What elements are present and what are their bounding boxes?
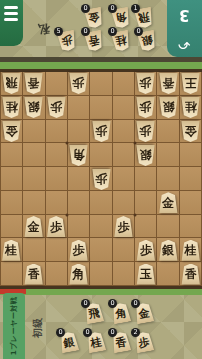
piece-silver[interactable]: 銀 [136, 145, 155, 166]
hand-piece-count-badge: 0 [81, 27, 90, 36]
piece-pawn[interactable]: 歩 [136, 97, 155, 118]
board-cell[interactable] [113, 167, 135, 191]
piece-pawn[interactable]: 歩 [69, 240, 88, 261]
board-cell[interactable] [46, 72, 68, 96]
piece-lance[interactable]: 香 [181, 264, 200, 285]
piece-lance[interactable]: 香 [24, 73, 43, 94]
piece-kanji: 桂 [181, 240, 200, 261]
piece-king-gyoku[interactable]: 玉 [136, 264, 155, 285]
piece-gold[interactable]: 金 [24, 216, 43, 237]
piece-kanji: 香 [24, 264, 43, 285]
board-cell[interactable] [68, 120, 90, 144]
board-cell[interactable] [157, 120, 179, 144]
level-button[interactable]: 3 [167, 0, 202, 30]
piece-bishop[interactable]: 角 [69, 145, 88, 166]
board-cell[interactable] [180, 143, 202, 167]
piece-kanji: 歩 [136, 240, 155, 261]
board-cell[interactable] [23, 191, 45, 215]
piece-silver[interactable]: 銀 [159, 240, 178, 261]
piece-lance[interactable]: 香 [24, 264, 43, 285]
piece-rook[interactable]: 飛 [2, 73, 21, 94]
hand-piece-count-badge: 0 [81, 299, 90, 308]
star-point [66, 213, 69, 216]
app-screen: 私 3 ↶ 金0角0飛1歩5香0桂0銀0 飛香歩歩香王桂銀歩歩銀桂金歩歩金角銀歩… [0, 0, 202, 359]
hand-piece-count-badge: 0 [108, 4, 117, 13]
piece-bishop[interactable]: 角 [69, 264, 88, 285]
hand-piece-gold[interactable]: 金0 [135, 303, 153, 323]
hand-piece-count-badge: 1 [131, 4, 140, 13]
hand-piece-count-badge: 0 [108, 299, 117, 308]
piece-kanji: 銀 [159, 240, 178, 261]
piece-silver[interactable]: 銀 [24, 97, 43, 118]
board-cell[interactable] [113, 120, 135, 144]
piece-kanji: 歩 [92, 121, 111, 142]
board-cell[interactable] [68, 191, 90, 215]
piece-kanji: 金 [24, 216, 43, 237]
board-cell[interactable] [157, 167, 179, 191]
board-cell[interactable] [1, 191, 23, 215]
piece-kanji: 玉 [136, 264, 155, 285]
piece-kanji: 香 [159, 73, 178, 94]
piece-kanji: 銀 [24, 97, 43, 118]
hand-piece-count-badge: 0 [108, 328, 117, 337]
board-cell[interactable] [1, 262, 23, 286]
piece-kanji: 金 [159, 192, 178, 213]
piece-kanji: 歩 [92, 169, 111, 190]
hand-piece-bishop[interactable]: 角0 [112, 8, 130, 28]
piece-pawn[interactable]: 歩 [136, 73, 155, 94]
board-cell[interactable] [68, 215, 90, 239]
piece-pawn[interactable]: 歩 [92, 169, 111, 190]
board-cell[interactable] [23, 167, 45, 191]
undo-arrow-icon: ↶ [178, 36, 191, 51]
hamburger-icon [4, 6, 18, 9]
board-cell[interactable] [135, 215, 157, 239]
piece-pawn[interactable]: 歩 [47, 97, 66, 118]
hand-piece-count-badge: 2 [131, 328, 140, 337]
piece-pawn[interactable]: 歩 [47, 216, 66, 237]
piece-gold[interactable]: 金 [2, 121, 21, 142]
board-cell[interactable] [90, 96, 112, 120]
board-cell[interactable] [46, 238, 68, 262]
board-cell[interactable] [113, 191, 135, 215]
piece-kanji: 歩 [69, 73, 88, 94]
board-cell[interactable] [23, 143, 45, 167]
board-cell[interactable] [157, 262, 179, 286]
hand-piece-count-badge: 5 [54, 27, 63, 36]
board-cell[interactable] [68, 167, 90, 191]
board-cell[interactable] [113, 143, 135, 167]
board-cell[interactable] [1, 143, 23, 167]
top-right-panel: 3 ↶ [167, 0, 202, 57]
piece-kanji: 歩 [69, 240, 88, 261]
hand-piece-gold[interactable]: 金0 [85, 8, 103, 28]
board-cell[interactable] [90, 72, 112, 96]
board-cell[interactable] [113, 262, 135, 286]
piece-kanji: 銀 [159, 97, 178, 118]
hand-piece-pawn[interactable]: 歩2 [135, 332, 153, 352]
hand-piece-count-badge: 0 [134, 27, 143, 36]
hand-piece-count-badge: 0 [108, 27, 117, 36]
hand-piece-lance[interactable]: 香0 [112, 332, 130, 352]
bottom-green-strip [0, 289, 202, 295]
piece-kanji: 金 [2, 121, 21, 142]
board-cell[interactable] [1, 167, 23, 191]
piece-kanji: 飛 [2, 73, 21, 94]
piece-kanji: 銀 [136, 145, 155, 166]
piece-pawn[interactable]: 歩 [114, 216, 133, 237]
piece-gold[interactable]: 金 [181, 121, 200, 142]
piece-pawn[interactable]: 歩 [92, 121, 111, 142]
star-point [133, 213, 136, 216]
board-cell[interactable] [46, 120, 68, 144]
hamburger-icon [4, 18, 18, 21]
hamburger-icon [4, 12, 18, 15]
board-cell[interactable] [180, 191, 202, 215]
hand-piece-silver[interactable]: 銀0 [138, 31, 156, 51]
board-cell[interactable] [90, 143, 112, 167]
piece-king-ou[interactable]: 王 [181, 73, 200, 94]
piece-lance[interactable]: 香 [159, 73, 178, 94]
undo-button[interactable]: ↶ [167, 30, 202, 56]
piece-pawn[interactable]: 歩 [136, 240, 155, 261]
piece-kanji: 角 [69, 145, 88, 166]
board-cell[interactable] [46, 191, 68, 215]
menu-button[interactable] [0, 0, 23, 46]
board-cell[interactable] [113, 238, 135, 262]
piece-kanji: 歩 [136, 121, 155, 142]
hand-piece-lance[interactable]: 香0 [85, 31, 103, 51]
piece-knight[interactable]: 桂 [181, 97, 200, 118]
piece-kanji: 王 [181, 73, 200, 94]
board-cell[interactable] [90, 191, 112, 215]
piece-kanji: 角 [69, 264, 88, 285]
hand-piece-count-badge: 0 [131, 299, 140, 308]
piece-gold[interactable]: 金 [159, 192, 178, 213]
board-cell[interactable] [23, 120, 45, 144]
hand-piece-bishop[interactable]: 角0 [112, 303, 130, 323]
board-cell[interactable] [180, 167, 202, 191]
difficulty-label: 初級 [30, 305, 46, 351]
board: 飛香歩歩香王桂銀歩歩銀桂金歩歩金角銀歩金金歩歩桂歩歩銀桂香角玉香 [0, 69, 202, 289]
top-player-label: 私 [34, 18, 54, 38]
hand-piece-count-badge: 0 [83, 328, 92, 337]
piece-kanji: 金 [181, 121, 200, 142]
piece-kanji: 歩 [136, 97, 155, 118]
piece-kanji: 歩 [47, 216, 66, 237]
piece-kanji: 歩 [136, 73, 155, 94]
hand-piece-count-badge: 0 [56, 328, 65, 337]
board-cell[interactable] [180, 215, 202, 239]
hand-piece-count-badge: 0 [81, 4, 90, 13]
piece-kanji: 桂 [2, 97, 21, 118]
hand-piece-knight[interactable]: 桂0 [112, 31, 130, 51]
board-cell[interactable] [135, 167, 157, 191]
hand-piece-knight[interactable]: 桂0 [87, 332, 105, 352]
board-cell[interactable] [46, 143, 68, 167]
board-cell[interactable] [90, 238, 112, 262]
board-cell[interactable] [23, 238, 45, 262]
board-cell[interactable] [157, 215, 179, 239]
hand-piece-rook[interactable]: 飛0 [85, 303, 103, 323]
piece-pawn[interactable]: 歩 [69, 73, 88, 94]
board-cell[interactable] [68, 96, 90, 120]
piece-knight[interactable]: 桂 [2, 240, 21, 261]
hand-piece-rook[interactable]: 飛1 [135, 8, 153, 28]
board-cell[interactable] [113, 72, 135, 96]
piece-kanji: 歩 [47, 97, 66, 118]
piece-knight[interactable]: 桂 [181, 240, 200, 261]
piece-knight[interactable]: 桂 [2, 97, 21, 118]
board-cell[interactable] [90, 262, 112, 286]
board-cell[interactable] [46, 167, 68, 191]
piece-kanji: 歩 [114, 216, 133, 237]
piece-kanji: 桂 [181, 97, 200, 118]
mode-label-bar: 1プレーヤー対戦 [3, 293, 25, 359]
board-cell[interactable] [113, 96, 135, 120]
hand-piece-pawn[interactable]: 歩5 [58, 31, 76, 51]
board-cell[interactable] [135, 191, 157, 215]
hand-piece-silver[interactable]: 銀0 [60, 332, 78, 352]
board-cell[interactable] [157, 143, 179, 167]
board-cell[interactable] [46, 262, 68, 286]
board-cell[interactable] [90, 215, 112, 239]
board-cell[interactable] [1, 215, 23, 239]
piece-kanji: 桂 [2, 240, 21, 261]
piece-pawn[interactable]: 歩 [136, 121, 155, 142]
piece-kanji: 香 [181, 264, 200, 285]
top-green-strip [0, 62, 202, 69]
piece-kanji: 香 [24, 73, 43, 94]
piece-silver[interactable]: 銀 [159, 97, 178, 118]
